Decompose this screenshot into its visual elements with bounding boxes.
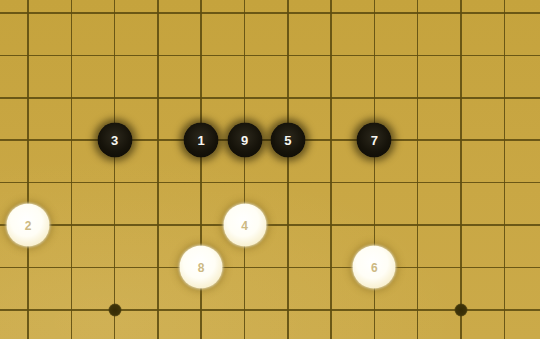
grid-line-vertical [287, 0, 289, 339]
stone-move-number: 6 [371, 261, 378, 273]
star-point [108, 303, 121, 316]
grid-line-horizontal [0, 224, 540, 226]
star-point [455, 303, 468, 316]
stone-white-2: 2 [7, 204, 50, 247]
grid-line-vertical [504, 0, 506, 339]
stone-white-8: 8 [180, 246, 223, 289]
stone-black-3: 3 [97, 123, 132, 158]
grid-line-vertical [330, 0, 332, 339]
grid-line-horizontal [0, 97, 540, 99]
grid-line-horizontal [0, 12, 540, 14]
stone-move-number: 8 [198, 261, 205, 273]
stone-black-9: 9 [227, 123, 262, 158]
grid-line-vertical [417, 0, 419, 339]
stone-white-6: 6 [353, 246, 396, 289]
stone-move-number: 2 [25, 219, 32, 231]
grid-line-horizontal [0, 267, 540, 269]
grid-line-vertical [157, 0, 159, 339]
grid-line-vertical [114, 0, 116, 339]
stone-black-7: 7 [357, 123, 392, 158]
stone-move-number: 3 [111, 134, 118, 147]
stone-white-4: 4 [223, 204, 266, 247]
stone-move-number: 4 [241, 219, 248, 231]
grid-line-horizontal [0, 55, 540, 57]
stone-black-5: 5 [270, 123, 305, 158]
stone-move-number: 9 [241, 134, 248, 147]
grid-line-horizontal [0, 182, 540, 184]
grid-line-vertical [27, 0, 29, 339]
stone-move-number: 1 [198, 134, 205, 147]
grid-line-vertical [244, 0, 246, 339]
stone-move-number: 7 [371, 134, 378, 147]
go-board[interactable]: 123456789 [0, 0, 540, 339]
grid-line-vertical [71, 0, 73, 339]
grid-line-vertical [460, 0, 462, 339]
stone-move-number: 5 [284, 134, 291, 147]
stone-black-1: 1 [184, 123, 219, 158]
